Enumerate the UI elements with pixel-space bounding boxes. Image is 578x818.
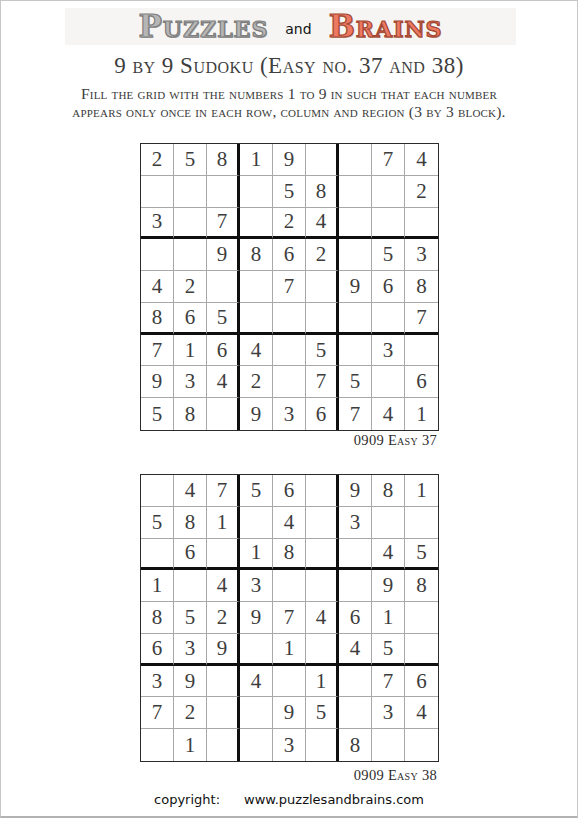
cell-r9c9: 1 xyxy=(405,398,438,430)
cell-r1c8: 8 xyxy=(372,475,405,507)
cell-r9c5: 3 xyxy=(273,398,306,430)
cell-r6c6 xyxy=(306,634,339,666)
cell-r2c3: 1 xyxy=(207,507,240,539)
cell-r8c5 xyxy=(273,366,306,398)
cell-r7c4: 4 xyxy=(240,335,273,367)
cell-r9c1 xyxy=(141,729,174,761)
cell-r3c3 xyxy=(207,539,240,571)
cell-r5c6: 4 xyxy=(306,602,339,634)
cell-r2c6 xyxy=(306,507,339,539)
logo-word-and: and xyxy=(285,17,311,37)
cell-r2c7: 3 xyxy=(339,507,372,539)
cell-r7c8: 3 xyxy=(372,335,405,367)
cell-r5c3: 2 xyxy=(207,602,240,634)
cell-r3c1 xyxy=(141,539,174,571)
cell-r2c5: 4 xyxy=(273,507,306,539)
cell-r2c8 xyxy=(372,176,405,208)
cell-r1c4: 5 xyxy=(240,475,273,507)
cell-r1c9: 4 xyxy=(405,144,438,176)
sudoku-grid-easy-37: 2581974582372498625342796886577164539342… xyxy=(140,143,439,431)
cell-r4c7 xyxy=(339,239,372,271)
cell-r1c1: 2 xyxy=(141,144,174,176)
cell-r6c1: 8 xyxy=(141,303,174,335)
cell-r8c7 xyxy=(339,697,372,729)
cell-r1c6 xyxy=(306,475,339,507)
cell-r3c2 xyxy=(174,208,207,240)
cell-r3c8 xyxy=(372,208,405,240)
cell-r3c5: 8 xyxy=(273,539,306,571)
cell-r3c7 xyxy=(339,539,372,571)
website-link[interactable]: www.puzzlesandbrains.com xyxy=(244,792,424,807)
cell-r5c6 xyxy=(306,271,339,303)
cell-r4c6: 2 xyxy=(306,239,339,271)
cell-r9c7: 8 xyxy=(339,729,372,761)
cell-r5c1: 8 xyxy=(141,602,174,634)
cell-r2c4 xyxy=(240,176,273,208)
cell-r4c2 xyxy=(174,570,207,602)
cell-r7c2: 1 xyxy=(174,335,207,367)
cell-r7c2: 9 xyxy=(174,666,207,698)
cell-r6c4 xyxy=(240,634,273,666)
footer: copyright:www.puzzlesandbrains.com xyxy=(1,792,577,807)
cell-r1c3: 7 xyxy=(207,475,240,507)
cell-r3c1: 3 xyxy=(141,208,174,240)
cell-r8c9: 6 xyxy=(405,366,438,398)
cell-r4c2 xyxy=(174,239,207,271)
cell-r4c1 xyxy=(141,239,174,271)
cell-r4c4: 3 xyxy=(240,570,273,602)
cell-r7c9: 6 xyxy=(405,666,438,698)
cell-r9c7: 7 xyxy=(339,398,372,430)
cell-r3c3: 7 xyxy=(207,208,240,240)
cell-r8c4 xyxy=(240,697,273,729)
cell-r1c2: 4 xyxy=(174,475,207,507)
cell-r3c8: 4 xyxy=(372,539,405,571)
cell-r8c2: 2 xyxy=(174,697,207,729)
cell-r2c3 xyxy=(207,176,240,208)
cell-r9c3 xyxy=(207,398,240,430)
cell-r8c5: 9 xyxy=(273,697,306,729)
cell-r7c1: 3 xyxy=(141,666,174,698)
cell-r2c6: 8 xyxy=(306,176,339,208)
cell-r8c3: 4 xyxy=(207,366,240,398)
cell-r3c5: 2 xyxy=(273,208,306,240)
cell-r8c8 xyxy=(372,366,405,398)
cell-r5c8: 1 xyxy=(372,602,405,634)
cell-r1c4: 1 xyxy=(240,144,273,176)
cell-r1c5: 9 xyxy=(273,144,306,176)
cell-r1c7: 9 xyxy=(339,475,372,507)
cell-r1c1 xyxy=(141,475,174,507)
cell-r4c8: 9 xyxy=(372,570,405,602)
cell-r9c2: 1 xyxy=(174,729,207,761)
cell-r8c7: 5 xyxy=(339,366,372,398)
cell-r1c2: 5 xyxy=(174,144,207,176)
cell-r9c6: 6 xyxy=(306,398,339,430)
cell-r8c9: 4 xyxy=(405,697,438,729)
cell-r7c7 xyxy=(339,335,372,367)
cell-r4c9: 3 xyxy=(405,239,438,271)
cell-r4c5 xyxy=(273,570,306,602)
cell-r6c7: 4 xyxy=(339,634,372,666)
cell-r7c8: 7 xyxy=(372,666,405,698)
cell-r2c9: 2 xyxy=(405,176,438,208)
cell-r9c9 xyxy=(405,729,438,761)
cell-r6c7 xyxy=(339,303,372,335)
cell-r1c5: 6 xyxy=(273,475,306,507)
cell-r9c6 xyxy=(306,729,339,761)
sudoku-grid-easy-38: 4756981581436184514398852974616391453941… xyxy=(140,474,439,762)
copyright-label: copyright: xyxy=(154,792,220,807)
puzzle-label-easy-38: 0909 Easy 38 xyxy=(140,767,437,784)
cell-r4c6 xyxy=(306,570,339,602)
instructions-line-1: Fill the grid with the numbers 1 to 9 in… xyxy=(1,84,577,103)
cell-r5c9: 8 xyxy=(405,271,438,303)
cell-r6c5 xyxy=(273,303,306,335)
cell-r7c5 xyxy=(273,335,306,367)
cell-r6c9: 7 xyxy=(405,303,438,335)
cell-r4c4: 8 xyxy=(240,239,273,271)
cell-r8c1: 9 xyxy=(141,366,174,398)
cell-r9c4 xyxy=(240,729,273,761)
cell-r9c5: 3 xyxy=(273,729,306,761)
cell-r6c6 xyxy=(306,303,339,335)
cell-r5c2: 2 xyxy=(174,271,207,303)
cell-r8c6: 5 xyxy=(306,697,339,729)
cell-r5c9 xyxy=(405,602,438,634)
cell-r2c2: 8 xyxy=(174,507,207,539)
cell-r5c3 xyxy=(207,271,240,303)
cell-r8c8: 3 xyxy=(372,697,405,729)
cell-r6c3: 5 xyxy=(207,303,240,335)
cell-r5c4: 9 xyxy=(240,602,273,634)
cell-r4c9: 8 xyxy=(405,570,438,602)
cell-r7c6: 5 xyxy=(306,335,339,367)
instructions-line-2: appears only once in each row, column an… xyxy=(1,102,577,121)
page: Puzzles and Brains 9 by 9 Sudoku (Easy n… xyxy=(0,0,578,818)
cell-r5c5: 7 xyxy=(273,271,306,303)
cell-r6c3: 9 xyxy=(207,634,240,666)
cell-r7c3 xyxy=(207,666,240,698)
cell-r7c5 xyxy=(273,666,306,698)
cell-r4c7 xyxy=(339,570,372,602)
cell-r6c4 xyxy=(240,303,273,335)
cell-r5c2: 5 xyxy=(174,602,207,634)
cell-r5c5: 7 xyxy=(273,602,306,634)
cell-r3c7 xyxy=(339,208,372,240)
cell-r4c3: 9 xyxy=(207,239,240,271)
cell-r9c1: 5 xyxy=(141,398,174,430)
cell-r5c8: 6 xyxy=(372,271,405,303)
cell-r3c6 xyxy=(306,539,339,571)
site-logo: Puzzles and Brains xyxy=(65,8,516,45)
cell-r6c2: 3 xyxy=(174,634,207,666)
cell-r9c8: 4 xyxy=(372,398,405,430)
cell-r9c2: 8 xyxy=(174,398,207,430)
cell-r3c9: 5 xyxy=(405,539,438,571)
cell-r9c3 xyxy=(207,729,240,761)
cell-r1c8: 7 xyxy=(372,144,405,176)
cell-r2c4 xyxy=(240,507,273,539)
cell-r7c6: 1 xyxy=(306,666,339,698)
cell-r6c9 xyxy=(405,634,438,666)
cell-r1c7 xyxy=(339,144,372,176)
cell-r6c2: 6 xyxy=(174,303,207,335)
cell-r6c8: 5 xyxy=(372,634,405,666)
cell-r7c9 xyxy=(405,335,438,367)
cell-r5c7: 6 xyxy=(339,602,372,634)
cell-r3c6: 4 xyxy=(306,208,339,240)
cell-r4c3: 4 xyxy=(207,570,240,602)
cell-r4c5: 6 xyxy=(273,239,306,271)
logo-word-puzzles: Puzzles xyxy=(139,11,269,42)
cell-r5c1: 4 xyxy=(141,271,174,303)
cell-r7c7 xyxy=(339,666,372,698)
cell-r8c6: 7 xyxy=(306,366,339,398)
cell-r7c1: 7 xyxy=(141,335,174,367)
cell-r3c4 xyxy=(240,208,273,240)
cell-r1c3: 8 xyxy=(207,144,240,176)
cell-r3c4: 1 xyxy=(240,539,273,571)
page-title: 9 by 9 Sudoku (Easy no. 37 and 38) xyxy=(1,53,577,79)
cell-r2c8 xyxy=(372,507,405,539)
cell-r5c7: 9 xyxy=(339,271,372,303)
cell-r4c1: 1 xyxy=(141,570,174,602)
cell-r5c4 xyxy=(240,271,273,303)
cell-r3c9 xyxy=(405,208,438,240)
puzzle-label-easy-37: 0909 Easy 37 xyxy=(140,432,437,449)
cell-r3c2: 6 xyxy=(174,539,207,571)
cell-r2c5: 5 xyxy=(273,176,306,208)
cell-r4c8: 5 xyxy=(372,239,405,271)
cell-r2c2 xyxy=(174,176,207,208)
cell-r7c3: 6 xyxy=(207,335,240,367)
cell-r8c2: 3 xyxy=(174,366,207,398)
logo-word-brains: Brains xyxy=(329,11,443,42)
cell-r2c1: 5 xyxy=(141,507,174,539)
cell-r8c1: 7 xyxy=(141,697,174,729)
cell-r2c1 xyxy=(141,176,174,208)
cell-r6c5: 1 xyxy=(273,634,306,666)
cell-r8c3 xyxy=(207,697,240,729)
cell-r2c9 xyxy=(405,507,438,539)
cell-r1c9: 1 xyxy=(405,475,438,507)
cell-r6c8 xyxy=(372,303,405,335)
cell-r2c7 xyxy=(339,176,372,208)
cell-r6c1: 6 xyxy=(141,634,174,666)
cell-r8c4: 2 xyxy=(240,366,273,398)
cell-r1c6 xyxy=(306,144,339,176)
cell-r9c4: 9 xyxy=(240,398,273,430)
cell-r9c8 xyxy=(372,729,405,761)
cell-r7c4: 4 xyxy=(240,666,273,698)
